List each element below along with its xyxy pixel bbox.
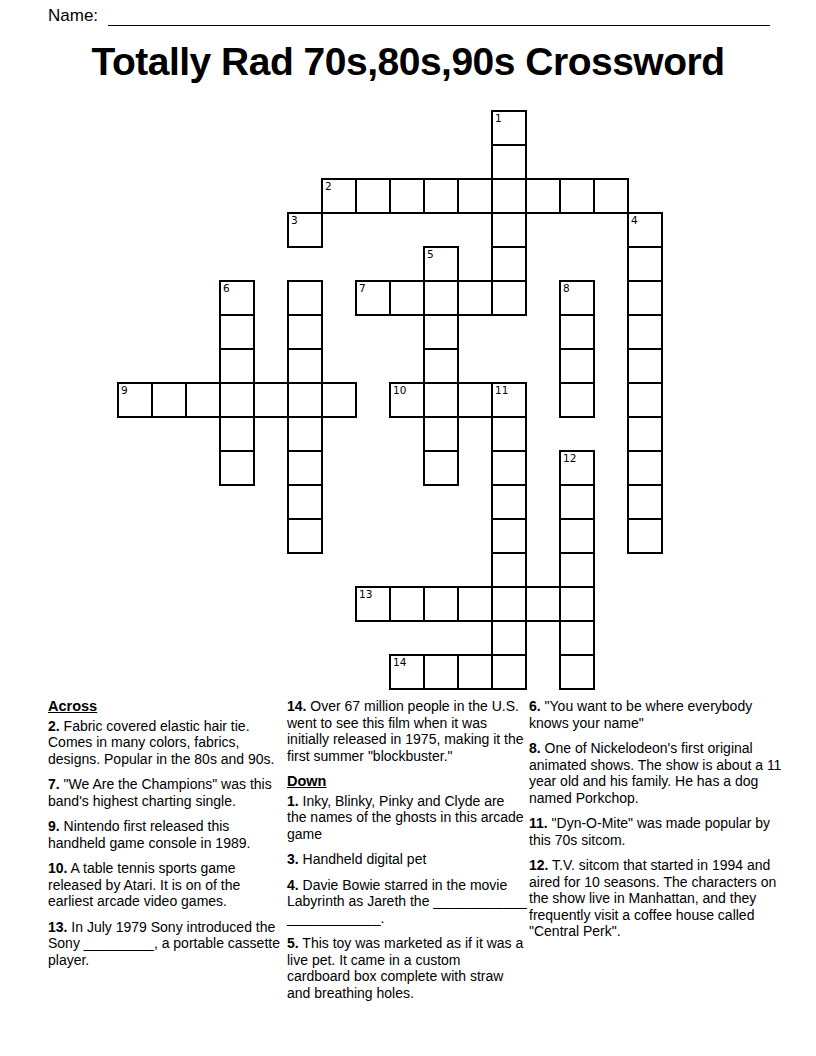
grid-cell (559, 484, 595, 520)
grid-cell (627, 246, 663, 282)
grid-cell (457, 382, 493, 418)
grid-cell (627, 348, 663, 384)
grid-cell (219, 416, 255, 452)
grid-cell (491, 144, 527, 180)
page-title: Totally Rad 70s,80s,90s Crossword (0, 40, 816, 84)
grid-cell (287, 450, 323, 486)
grid-cell (457, 586, 493, 622)
grid-cell (491, 450, 527, 486)
grid-cell (593, 178, 629, 214)
clue-number: 1. (287, 793, 299, 809)
name-row: Name: (48, 6, 770, 26)
grid-cell (423, 586, 459, 622)
grid-cell (559, 314, 595, 350)
grid-cell (423, 280, 459, 316)
clue-number: 10. (48, 860, 67, 876)
grid-cell: 10 (389, 382, 425, 418)
grid-cell (559, 654, 595, 690)
grid-cell: 5 (423, 246, 459, 282)
grid-cell: 11 (491, 382, 527, 418)
grid-cell (491, 280, 527, 316)
cell-number: 3 (291, 215, 298, 226)
grid-cell (559, 552, 595, 588)
clues-column-2: 14. Over 67 million people in the U.S. w… (287, 698, 527, 1010)
grid-cell (423, 450, 459, 486)
grid-cell (627, 450, 663, 486)
grid-cell (525, 586, 561, 622)
cell-number: 11 (495, 385, 508, 396)
name-label: Name: (48, 6, 98, 26)
clue-down-11: 11. "Dyn-O-Mite" was made popular by thi… (529, 815, 791, 848)
grid-cell: 13 (355, 586, 391, 622)
clue-across-7: 7. "We Are the Champions" was this band'… (48, 776, 282, 809)
grid-cell (287, 314, 323, 350)
grid-cell: 8 (559, 280, 595, 316)
grid-cell (287, 484, 323, 520)
clue-down-5: 5. This toy was marketed as if it was a … (287, 935, 527, 1001)
grid-cell (287, 416, 323, 452)
clue-number: 9. (48, 818, 60, 834)
grid-cell (559, 620, 595, 656)
grid-cell (559, 348, 595, 384)
grid-cell: 3 (287, 212, 323, 248)
grid-cell (491, 484, 527, 520)
grid-cell (219, 450, 255, 486)
grid-cell (491, 620, 527, 656)
clue-number: 5. (287, 935, 299, 951)
grid-cell (457, 654, 493, 690)
clue-number: 7. (48, 776, 60, 792)
grid-cell (389, 280, 425, 316)
grid-cell (423, 654, 459, 690)
grid-cell: 6 (219, 280, 255, 316)
grid-cell (491, 586, 527, 622)
crossword-grid: 1234567891011121314 (117, 110, 665, 692)
cell-number: 8 (563, 283, 570, 294)
grid-cell (627, 518, 663, 554)
clue-number: 3. (287, 851, 299, 867)
clues-column-3: 6. "You want to be where everybody knows… (529, 698, 791, 949)
cell-number: 13 (359, 589, 372, 600)
cell-number: 6 (223, 283, 230, 294)
clue-number: 8. (529, 740, 541, 756)
grid-cell (491, 416, 527, 452)
grid-cell (627, 314, 663, 350)
grid-cell (287, 382, 323, 418)
grid-cell (491, 178, 527, 214)
clue-number: 4. (287, 877, 299, 893)
clue-across-14: 14. Over 67 million people in the U.S. w… (287, 698, 527, 764)
clue-across-9: 9. Nintendo first released this handheld… (48, 818, 282, 851)
grid-cell (253, 382, 289, 418)
clue-number: 13. (48, 919, 67, 935)
cell-number: 14 (393, 657, 406, 668)
grid-cell (491, 518, 527, 554)
clue-down-12: 12. T.V. sitcom that started in 1994 and… (529, 857, 791, 940)
grid-cell: 4 (627, 212, 663, 248)
grid-cell (559, 382, 595, 418)
grid-cell (219, 314, 255, 350)
grid-cell: 2 (321, 178, 357, 214)
grid-cell (627, 416, 663, 452)
clue-number: 6. (529, 698, 541, 714)
grid-cell (423, 416, 459, 452)
cell-number: 10 (393, 385, 406, 396)
grid-cell (525, 178, 561, 214)
grid-cell: 14 (389, 654, 425, 690)
clue-down-1: 1. Inky, Blinky, Pinky and Clyde are the… (287, 793, 527, 843)
grid-cell (287, 518, 323, 554)
cell-number: 2 (325, 181, 332, 192)
clue-across-13: 13. In July 1979 Sony introduced the Son… (48, 919, 282, 969)
cell-number: 7 (359, 283, 366, 294)
clue-number: 14. (287, 698, 306, 714)
grid-cell (627, 382, 663, 418)
grid-cell: 9 (117, 382, 153, 418)
grid-cell: 7 (355, 280, 391, 316)
grid-cell (491, 212, 527, 248)
grid-cell (457, 178, 493, 214)
grid-cell (219, 348, 255, 384)
grid-cell: 1 (491, 110, 527, 146)
grid-cell (423, 382, 459, 418)
grid-cell (559, 586, 595, 622)
name-blank-line (108, 6, 770, 26)
grid-cell (457, 280, 493, 316)
grid-cell (423, 178, 459, 214)
grid-cell (389, 586, 425, 622)
grid-cell (185, 382, 221, 418)
cell-number: 4 (631, 215, 638, 226)
grid-cell (559, 518, 595, 554)
clue-down-8: 8. One of Nickelodeon's first original a… (529, 740, 791, 806)
cell-number: 9 (121, 385, 128, 396)
grid-cell (355, 178, 391, 214)
clue-header-across: Across (48, 698, 282, 715)
grid-cell (219, 382, 255, 418)
grid-cell (627, 484, 663, 520)
grid-cell (559, 178, 595, 214)
clue-down-4: 4. Davie Bowie starred in the movie Laby… (287, 877, 527, 927)
grid-cell: 12 (559, 450, 595, 486)
clue-header-down: Down (287, 773, 527, 790)
cell-number: 1 (495, 113, 502, 124)
grid-cell (389, 178, 425, 214)
grid-cell (287, 280, 323, 316)
clue-across-10: 10. A table tennis sports game released … (48, 860, 282, 910)
clue-across-2: 2. Fabric covered elastic hair tie. Come… (48, 718, 282, 768)
clue-number: 11. (529, 815, 548, 831)
grid-cell (491, 654, 527, 690)
grid-cell (491, 246, 527, 282)
clues-column-1: Across2. Fabric covered elastic hair tie… (48, 698, 282, 977)
clue-number: 2. (48, 718, 60, 734)
cell-number: 12 (563, 453, 576, 464)
worksheet-page: Name: Totally Rad 70s,80s,90s Crossword … (0, 0, 816, 1056)
grid-cell (423, 314, 459, 350)
clue-down-6: 6. "You want to be where everybody knows… (529, 698, 791, 731)
clue-number: 12. (529, 857, 548, 873)
grid-cell (287, 348, 323, 384)
grid-cell (491, 552, 527, 588)
grid-cell (423, 348, 459, 384)
grid-cell (321, 382, 357, 418)
clue-down-3: 3. Handheld digital pet (287, 851, 527, 868)
grid-cell (151, 382, 187, 418)
grid-cell (627, 280, 663, 316)
cell-number: 5 (427, 249, 434, 260)
